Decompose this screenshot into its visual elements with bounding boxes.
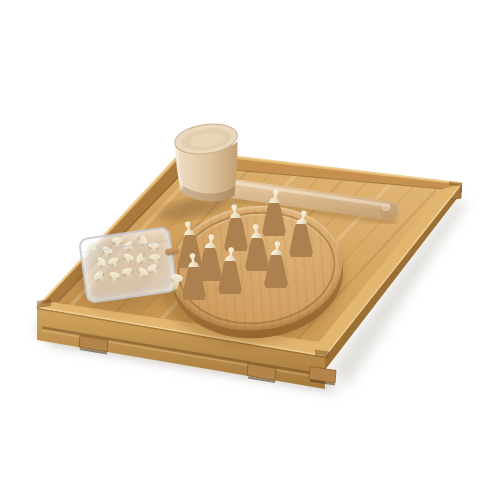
cork-bottle [182,267,207,300]
peg-r2c0[interactable] [176,250,212,300]
peg-cell-r2c2 [254,254,297,271]
peg-r2c1[interactable] [212,244,248,294]
peg-r2c2[interactable] [258,238,294,288]
storage-box[interactable] [78,226,178,304]
peg-cell-r2c0 [168,254,211,271]
storage-box-shine [80,228,176,302]
peg-cell-r2c1 [211,254,254,271]
cork-bottle [264,255,289,288]
cork-bottle [218,261,243,294]
peg-grid [168,220,297,271]
product-photo-peg-game-set[interactable] [0,0,500,500]
